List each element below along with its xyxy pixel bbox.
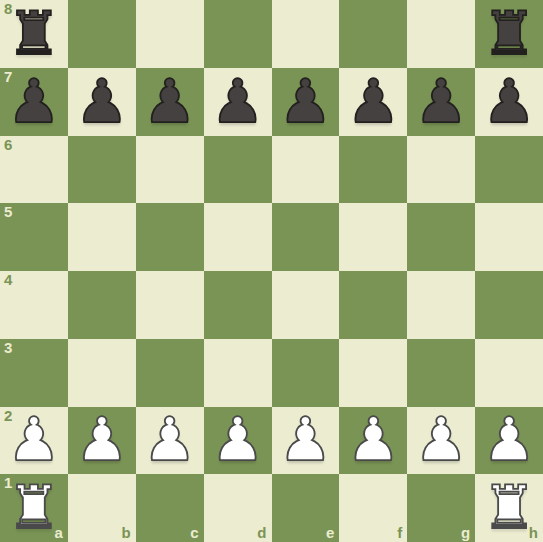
file-label-e: e [326, 525, 334, 540]
square-d6[interactable] [204, 136, 272, 204]
square-b7[interactable]: ♟ [68, 68, 136, 136]
square-e6[interactable] [272, 136, 340, 204]
square-d4[interactable] [204, 271, 272, 339]
square-a5[interactable]: 5 [0, 203, 68, 271]
square-e7[interactable]: ♟ [272, 68, 340, 136]
square-c6[interactable] [136, 136, 204, 204]
square-h7[interactable]: ♟ [475, 68, 543, 136]
square-b8[interactable] [68, 0, 136, 68]
square-h2[interactable]: ♟ [475, 407, 543, 475]
white-rook-h1[interactable]: ♜ [482, 477, 536, 537]
square-h1[interactable]: h♜ [475, 474, 543, 542]
square-g2[interactable]: ♟ [407, 407, 475, 475]
square-g1[interactable]: g [407, 474, 475, 542]
square-c7[interactable]: ♟ [136, 68, 204, 136]
black-pawn-c7[interactable]: ♟ [143, 71, 197, 131]
white-pawn-c2[interactable]: ♟ [143, 409, 197, 469]
square-a6[interactable]: 6 [0, 136, 68, 204]
square-g5[interactable] [407, 203, 475, 271]
square-h5[interactable] [475, 203, 543, 271]
square-f8[interactable] [339, 0, 407, 68]
square-b1[interactable]: b [68, 474, 136, 542]
rank-label-4: 4 [4, 272, 12, 287]
square-e8[interactable] [272, 0, 340, 68]
square-b4[interactable] [68, 271, 136, 339]
square-g4[interactable] [407, 271, 475, 339]
black-pawn-a7[interactable]: ♟ [7, 71, 61, 131]
square-d2[interactable]: ♟ [204, 407, 272, 475]
white-pawn-b2[interactable]: ♟ [75, 409, 129, 469]
square-f6[interactable] [339, 136, 407, 204]
square-b2[interactable]: ♟ [68, 407, 136, 475]
square-e1[interactable]: e [272, 474, 340, 542]
square-b6[interactable] [68, 136, 136, 204]
square-e4[interactable] [272, 271, 340, 339]
black-pawn-h7[interactable]: ♟ [482, 71, 536, 131]
file-label-b: b [122, 525, 131, 540]
white-rook-a1[interactable]: ♜ [7, 477, 61, 537]
square-e3[interactable] [272, 339, 340, 407]
square-f2[interactable]: ♟ [339, 407, 407, 475]
white-pawn-e2[interactable]: ♟ [279, 409, 333, 469]
square-c1[interactable]: c [136, 474, 204, 542]
white-pawn-f2[interactable]: ♟ [346, 409, 400, 469]
square-c4[interactable] [136, 271, 204, 339]
square-c8[interactable] [136, 0, 204, 68]
square-h8[interactable]: ♜ [475, 0, 543, 68]
rank-label-3: 3 [4, 340, 12, 355]
square-d8[interactable] [204, 0, 272, 68]
square-c3[interactable] [136, 339, 204, 407]
black-pawn-f7[interactable]: ♟ [346, 71, 400, 131]
file-label-f: f [397, 525, 402, 540]
square-a7[interactable]: 7♟ [0, 68, 68, 136]
square-e5[interactable] [272, 203, 340, 271]
chess-board: 8♜♜7♟♟♟♟♟♟♟♟65432♟♟♟♟♟♟♟♟1a♜bcdefgh♜ [0, 0, 543, 542]
black-rook-h8[interactable]: ♜ [482, 3, 536, 63]
black-pawn-g7[interactable]: ♟ [414, 71, 468, 131]
white-pawn-h2[interactable]: ♟ [482, 409, 536, 469]
file-label-c: c [190, 525, 198, 540]
rank-label-6: 6 [4, 137, 12, 152]
square-d1[interactable]: d [204, 474, 272, 542]
square-h4[interactable] [475, 271, 543, 339]
square-h6[interactable] [475, 136, 543, 204]
square-a1[interactable]: 1a♜ [0, 474, 68, 542]
square-f5[interactable] [339, 203, 407, 271]
square-g8[interactable] [407, 0, 475, 68]
file-label-d: d [257, 525, 266, 540]
square-f7[interactable]: ♟ [339, 68, 407, 136]
square-f3[interactable] [339, 339, 407, 407]
white-pawn-a2[interactable]: ♟ [7, 409, 61, 469]
square-d5[interactable] [204, 203, 272, 271]
square-a3[interactable]: 3 [0, 339, 68, 407]
rank-label-5: 5 [4, 204, 12, 219]
square-a4[interactable]: 4 [0, 271, 68, 339]
square-d7[interactable]: ♟ [204, 68, 272, 136]
square-b3[interactable] [68, 339, 136, 407]
square-a2[interactable]: 2♟ [0, 407, 68, 475]
white-pawn-g2[interactable]: ♟ [414, 409, 468, 469]
square-a8[interactable]: 8♜ [0, 0, 68, 68]
square-g6[interactable] [407, 136, 475, 204]
square-d3[interactable] [204, 339, 272, 407]
square-b5[interactable] [68, 203, 136, 271]
square-h3[interactable] [475, 339, 543, 407]
white-pawn-d2[interactable]: ♟ [211, 409, 265, 469]
black-pawn-d7[interactable]: ♟ [211, 71, 265, 131]
square-g3[interactable] [407, 339, 475, 407]
square-c2[interactable]: ♟ [136, 407, 204, 475]
square-f4[interactable] [339, 271, 407, 339]
square-e2[interactable]: ♟ [272, 407, 340, 475]
black-pawn-e7[interactable]: ♟ [279, 71, 333, 131]
black-pawn-b7[interactable]: ♟ [75, 71, 129, 131]
square-g7[interactable]: ♟ [407, 68, 475, 136]
square-f1[interactable]: f [339, 474, 407, 542]
file-label-g: g [461, 525, 470, 540]
board-grid: 8♜♜7♟♟♟♟♟♟♟♟65432♟♟♟♟♟♟♟♟1a♜bcdefgh♜ [0, 0, 543, 542]
square-c5[interactable] [136, 203, 204, 271]
black-rook-a8[interactable]: ♜ [7, 3, 61, 63]
